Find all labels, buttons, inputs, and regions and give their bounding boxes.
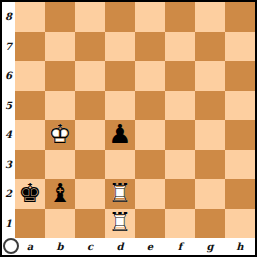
square-f7[interactable] (165, 32, 195, 62)
square-f4[interactable] (165, 120, 195, 150)
square-e2[interactable] (135, 179, 165, 209)
square-e7[interactable] (135, 32, 165, 62)
square-d5[interactable] (105, 91, 135, 121)
rank-label-1: 1 (2, 209, 15, 239)
square-h2[interactable] (225, 179, 255, 209)
square-h7[interactable] (225, 32, 255, 62)
square-d7[interactable] (105, 32, 135, 62)
white-rook-icon: ♖ (108, 180, 131, 206)
piece-black-bishop-b2[interactable]: ♝ (45, 179, 75, 209)
file-label-g: g (195, 238, 225, 255)
square-f1[interactable] (165, 209, 195, 239)
square-e3[interactable] (135, 150, 165, 180)
square-c8[interactable] (75, 2, 105, 32)
square-f5[interactable] (165, 91, 195, 121)
rank-label-4: 4 (2, 120, 15, 150)
square-g7[interactable] (195, 32, 225, 62)
black-king-icon: ♚ (18, 180, 41, 206)
file-label-a: a (15, 238, 45, 255)
square-b6[interactable] (45, 61, 75, 91)
square-b4[interactable]: ♚♔ (45, 120, 75, 150)
rank-label-2: 2 (2, 179, 15, 209)
square-a7[interactable] (15, 32, 45, 62)
file-label-b: b (45, 238, 75, 255)
square-e4[interactable] (135, 120, 165, 150)
white-rook-icon: ♖ (108, 210, 131, 236)
square-g5[interactable] (195, 91, 225, 121)
square-d4[interactable]: ♟ (105, 120, 135, 150)
file-label-e: e (135, 238, 165, 255)
file-label-c: c (75, 238, 105, 255)
white-king-icon: ♔ (48, 121, 71, 147)
square-b3[interactable] (45, 150, 75, 180)
square-b7[interactable] (45, 32, 75, 62)
square-b2[interactable]: ♝ (45, 179, 75, 209)
square-g1[interactable] (195, 209, 225, 239)
rank-label-3: 3 (2, 150, 15, 180)
square-d3[interactable] (105, 150, 135, 180)
rank-label-7: 7 (2, 32, 15, 62)
square-h6[interactable] (225, 61, 255, 91)
square-a5[interactable] (15, 91, 45, 121)
square-g4[interactable] (195, 120, 225, 150)
square-c5[interactable] (75, 91, 105, 121)
chess-board: ♚♔♟♚♝♜♖♜♖ (15, 2, 255, 238)
piece-white-rook-d2[interactable]: ♜♖ (105, 179, 135, 209)
square-g6[interactable] (195, 61, 225, 91)
rank-label-8: 8 (2, 2, 15, 32)
square-d6[interactable] (105, 61, 135, 91)
square-h8[interactable] (225, 2, 255, 32)
square-f2[interactable] (165, 179, 195, 209)
square-c6[interactable] (75, 61, 105, 91)
square-d8[interactable] (105, 2, 135, 32)
square-a2[interactable]: ♚ (15, 179, 45, 209)
square-h1[interactable] (225, 209, 255, 239)
black-bishop-icon: ♝ (48, 180, 71, 206)
square-a6[interactable] (15, 61, 45, 91)
square-c4[interactable] (75, 120, 105, 150)
square-h3[interactable] (225, 150, 255, 180)
square-a3[interactable] (15, 150, 45, 180)
file-label-d: d (105, 238, 135, 255)
square-b5[interactable] (45, 91, 75, 121)
square-g2[interactable] (195, 179, 225, 209)
piece-white-rook-d1[interactable]: ♜♖ (105, 209, 135, 239)
white-to-move-indicator (3, 238, 19, 254)
square-a1[interactable] (15, 209, 45, 239)
square-b1[interactable] (45, 209, 75, 239)
square-h5[interactable] (225, 91, 255, 121)
square-d1[interactable]: ♜♖ (105, 209, 135, 239)
square-a4[interactable] (15, 120, 45, 150)
square-g3[interactable] (195, 150, 225, 180)
square-f6[interactable] (165, 61, 195, 91)
square-c7[interactable] (75, 32, 105, 62)
square-a8[interactable] (15, 2, 45, 32)
square-c3[interactable] (75, 150, 105, 180)
chess-diagram: 87654321 ♚♔♟♚♝♜♖♜♖ abcdefgh (0, 0, 257, 257)
square-h4[interactable] (225, 120, 255, 150)
square-e8[interactable] (135, 2, 165, 32)
rank-label-5: 5 (2, 91, 15, 121)
square-c2[interactable] (75, 179, 105, 209)
square-g8[interactable] (195, 2, 225, 32)
black-pawn-icon: ♟ (108, 121, 131, 147)
square-f3[interactable] (165, 150, 195, 180)
square-e6[interactable] (135, 61, 165, 91)
file-labels: abcdefgh (15, 238, 255, 255)
piece-black-king-a2[interactable]: ♚ (15, 179, 45, 209)
square-e5[interactable] (135, 91, 165, 121)
square-b8[interactable] (45, 2, 75, 32)
rank-label-6: 6 (2, 61, 15, 91)
square-d2[interactable]: ♜♖ (105, 179, 135, 209)
piece-white-king-b4[interactable]: ♚♔ (45, 120, 75, 150)
square-c1[interactable] (75, 209, 105, 239)
square-f8[interactable] (165, 2, 195, 32)
file-label-h: h (225, 238, 255, 255)
square-e1[interactable] (135, 209, 165, 239)
rank-labels: 87654321 (2, 2, 15, 238)
piece-black-pawn-d4[interactable]: ♟ (105, 120, 135, 150)
file-label-f: f (165, 238, 195, 255)
